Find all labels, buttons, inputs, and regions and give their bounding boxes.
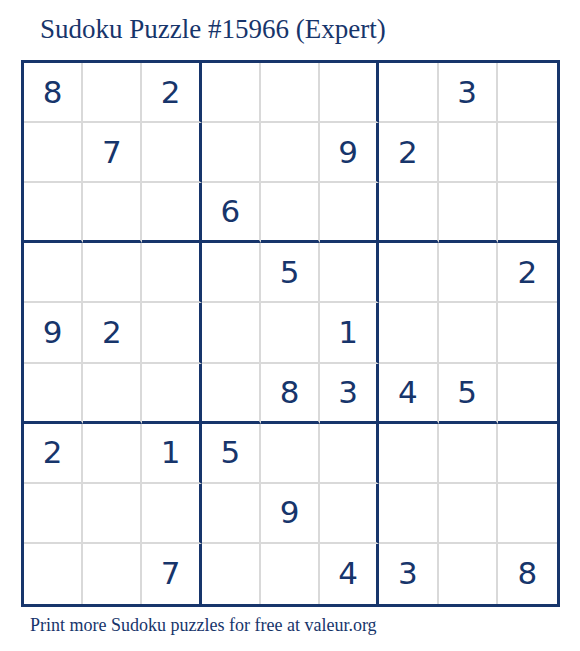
sudoku-cell-given: 5 [202,424,261,484]
sudoku-cell-given: 2 [379,123,438,183]
sudoku-cell-given: 2 [498,243,557,303]
sudoku-cell-empty [379,484,438,544]
sudoku-cell-empty [498,63,557,123]
sudoku-cell-given: 4 [379,364,438,424]
sudoku-cell-empty [83,544,142,604]
sudoku-cell-given: 6 [202,183,261,243]
sudoku-cell-empty [439,544,498,604]
sudoku-cell-empty [379,303,438,363]
sudoku-cell-empty [83,243,142,303]
sudoku-cell-given: 9 [24,303,83,363]
sudoku-cell-empty [24,243,83,303]
sudoku-cell-given: 8 [498,544,557,604]
sudoku-cell-empty [142,364,201,424]
sudoku-cell-given: 9 [261,484,320,544]
sudoku-cell-empty [320,484,379,544]
sudoku-cell-empty [498,123,557,183]
sudoku-cell-empty [24,123,83,183]
sudoku-cell-empty [142,303,201,363]
sudoku-cell-given: 3 [320,364,379,424]
sudoku-cell-empty [202,243,261,303]
sudoku-cell-empty [261,123,320,183]
sudoku-cell-empty [261,183,320,243]
sudoku-cell-given: 7 [142,544,201,604]
sudoku-cell-empty [142,484,201,544]
sudoku-cell-empty [439,424,498,484]
sudoku-cell-empty [24,484,83,544]
sudoku-cell-empty [202,63,261,123]
sudoku-cell-given: 5 [261,243,320,303]
sudoku-cell-empty [320,243,379,303]
sudoku-cell-given: 9 [320,123,379,183]
sudoku-cell-given: 3 [379,544,438,604]
sudoku-cell-given: 4 [320,544,379,604]
sudoku-cell-empty [142,123,201,183]
sudoku-cell-given: 2 [83,303,142,363]
sudoku-cell-given: 5 [439,364,498,424]
sudoku-cell-empty [202,303,261,363]
sudoku-cell-empty [379,243,438,303]
sudoku-cell-empty [83,484,142,544]
sudoku-cell-empty [439,243,498,303]
sudoku-cell-given: 2 [142,63,201,123]
sudoku-cell-empty [142,243,201,303]
sudoku-cell-empty [261,63,320,123]
sudoku-cell-empty [320,183,379,243]
sudoku-cell-empty [498,484,557,544]
sudoku-cell-empty [439,484,498,544]
sudoku-cell-empty [24,183,83,243]
sudoku-cell-empty [83,424,142,484]
sudoku-cell-empty [83,364,142,424]
sudoku-cell-given: 3 [439,63,498,123]
footer-text: Print more Sudoku puzzles for free at va… [30,615,377,636]
sudoku-cell-empty [24,364,83,424]
sudoku-cell-empty [498,183,557,243]
sudoku-cell-empty [261,303,320,363]
sudoku-cell-given: 1 [142,424,201,484]
sudoku-cell-empty [202,484,261,544]
sudoku-cell-empty [498,424,557,484]
sudoku-cell-empty [202,123,261,183]
sudoku-cell-empty [498,364,557,424]
sudoku-cell-empty [83,63,142,123]
sudoku-cell-given: 8 [24,63,83,123]
sudoku-cell-empty [379,183,438,243]
sudoku-cell-given: 7 [83,123,142,183]
sudoku-cell-empty [439,303,498,363]
sudoku-cell-empty [379,63,438,123]
page-title: Sudoku Puzzle #15966 (Expert) [40,14,386,45]
sudoku-cell-empty [439,183,498,243]
sudoku-cell-empty [439,123,498,183]
sudoku-cell-empty [320,63,379,123]
sudoku-board: 823792652921834521597438 [21,60,560,607]
sudoku-cell-empty [261,424,320,484]
sudoku-cell-given: 8 [261,364,320,424]
sudoku-cell-empty [379,424,438,484]
sudoku-cell-empty [320,424,379,484]
sudoku-cell-given: 2 [24,424,83,484]
sudoku-cell-empty [202,544,261,604]
sudoku-cell-given: 1 [320,303,379,363]
sudoku-cell-empty [24,544,83,604]
sudoku-cell-empty [83,183,142,243]
sudoku-cell-empty [498,303,557,363]
sudoku-cell-empty [261,544,320,604]
sudoku-cell-empty [202,364,261,424]
sudoku-cell-empty [142,183,201,243]
